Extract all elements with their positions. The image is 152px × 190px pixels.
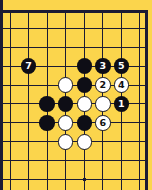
stone-black[interactable] bbox=[39, 115, 55, 131]
stone-black[interactable] bbox=[58, 96, 74, 112]
grid-line-vertical bbox=[28, 10, 29, 190]
grid-line-horizontal bbox=[3, 179, 145, 180]
grid-line-horizontal bbox=[3, 47, 145, 48]
stone-black-move-1[interactable]: 1 bbox=[114, 96, 130, 112]
grid-line-horizontal bbox=[3, 160, 145, 161]
stone-black[interactable] bbox=[77, 77, 93, 93]
star-point bbox=[83, 178, 87, 182]
grid-line-vertical bbox=[10, 10, 11, 190]
grid-line-vertical bbox=[139, 10, 140, 190]
stone-white-move-2[interactable]: 2 bbox=[95, 77, 111, 93]
stone-black-move-5[interactable]: 5 bbox=[114, 58, 130, 74]
grid-line-horizontal bbox=[3, 28, 145, 29]
stone-white[interactable] bbox=[58, 77, 74, 93]
grid-line-horizontal bbox=[3, 141, 145, 142]
stone-white-move-6[interactable]: 6 bbox=[95, 115, 111, 131]
frame-right bbox=[145, 10, 148, 190]
stone-white[interactable] bbox=[77, 96, 93, 112]
stone-white[interactable] bbox=[95, 96, 111, 112]
stone-white[interactable] bbox=[58, 134, 74, 150]
stone-black-move-3[interactable]: 3 bbox=[95, 58, 111, 74]
stone-white[interactable] bbox=[77, 134, 93, 150]
stone-black[interactable] bbox=[77, 58, 93, 74]
grid-line-horizontal bbox=[3, 122, 145, 123]
stone-black[interactable] bbox=[77, 115, 93, 131]
stone-black-move-7[interactable]: 7 bbox=[21, 58, 37, 74]
go-board-diagram: 7352416 bbox=[0, 0, 152, 190]
stone-white-move-4[interactable]: 4 bbox=[114, 77, 130, 93]
stone-black[interactable] bbox=[39, 96, 55, 112]
board-top-edge bbox=[0, 10, 148, 13]
stone-white[interactable] bbox=[58, 115, 74, 131]
